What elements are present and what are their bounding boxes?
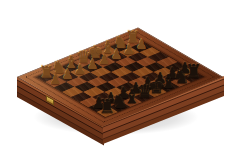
white-pawn: ♟ xyxy=(42,73,70,86)
black-rook: ♜ xyxy=(93,97,121,116)
square-a2: ♟ xyxy=(45,77,66,87)
square-a8: ♜ xyxy=(97,107,118,117)
chess-set-photo: ♜♞♝♛♚♝♞♜♟♟♟♟♟♟♟♟♟♟♟♟♟♟♟♟♜♞♝♛♚♝♞♜ xyxy=(0,0,240,150)
